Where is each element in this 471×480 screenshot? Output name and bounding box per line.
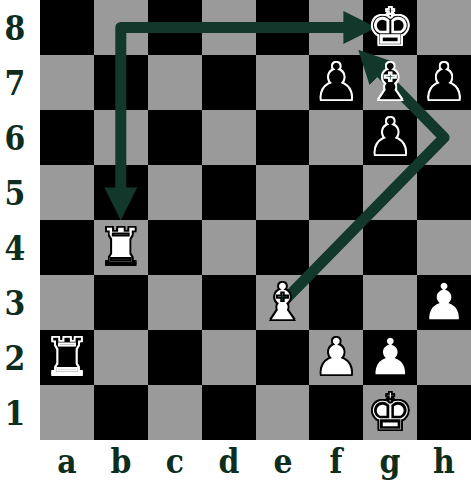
square-e8[interactable] <box>256 0 310 55</box>
square-b7[interactable] <box>94 55 148 110</box>
rank-label-1: 1 <box>2 385 28 440</box>
white-pawn-g2[interactable]: ♟ <box>363 330 417 385</box>
file-label-d: d <box>205 442 252 480</box>
square-c6[interactable] <box>148 110 202 165</box>
square-d7[interactable] <box>202 55 256 110</box>
white-king-g1[interactable]: ♚ <box>363 385 417 440</box>
square-a5[interactable] <box>40 165 94 220</box>
square-g5[interactable] <box>363 165 417 220</box>
white-pawn-f2[interactable]: ♟ <box>309 330 363 385</box>
black-pawn-f7[interactable]: ♟ <box>309 55 363 110</box>
square-b6[interactable] <box>94 110 148 165</box>
square-c1[interactable] <box>148 385 202 440</box>
file-labels: abcdefgh <box>40 440 471 480</box>
square-d6[interactable] <box>202 110 256 165</box>
square-f8[interactable] <box>309 0 363 55</box>
square-c5[interactable] <box>148 165 202 220</box>
square-f5[interactable] <box>309 165 363 220</box>
square-h6[interactable] <box>417 110 471 165</box>
square-b4[interactable]: ♜ <box>94 220 148 275</box>
square-f7[interactable]: ♟ <box>309 55 363 110</box>
square-e7[interactable] <box>256 55 310 110</box>
square-h5[interactable] <box>417 165 471 220</box>
square-d4[interactable] <box>202 220 256 275</box>
square-d1[interactable] <box>202 385 256 440</box>
square-c8[interactable] <box>148 0 202 55</box>
square-h1[interactable] <box>417 385 471 440</box>
square-b3[interactable] <box>94 275 148 330</box>
square-e4[interactable] <box>256 220 310 275</box>
rank-label-3: 3 <box>2 275 28 330</box>
square-b5[interactable] <box>94 165 148 220</box>
square-c2[interactable] <box>148 330 202 385</box>
square-b2[interactable] <box>94 330 148 385</box>
square-b8[interactable] <box>94 0 148 55</box>
square-g6[interactable]: ♟ <box>363 110 417 165</box>
square-c7[interactable] <box>148 55 202 110</box>
square-a4[interactable] <box>40 220 94 275</box>
square-e5[interactable] <box>256 165 310 220</box>
square-e2[interactable] <box>256 330 310 385</box>
rank-label-2: 2 <box>2 330 28 385</box>
white-bishop-e3[interactable]: ♝ <box>256 275 310 330</box>
square-g7[interactable]: ♝ <box>363 55 417 110</box>
square-g1[interactable]: ♚ <box>363 385 417 440</box>
square-e6[interactable] <box>256 110 310 165</box>
square-g3[interactable] <box>363 275 417 330</box>
square-a8[interactable] <box>40 0 94 55</box>
square-a6[interactable] <box>40 110 94 165</box>
square-f6[interactable] <box>309 110 363 165</box>
file-label-c: c <box>151 442 198 480</box>
square-g8[interactable]: ♚ <box>363 0 417 55</box>
file-label-g: g <box>366 442 413 480</box>
file-label-h: h <box>420 442 467 480</box>
chess-board-diagram: 87654321 ♚♟♝♟♟♜♝♟♜♟♟♚ abcdefgh <box>0 0 471 480</box>
file-label-f: f <box>313 442 360 480</box>
chess-board[interactable]: ♚♟♝♟♟♜♝♟♜♟♟♚ <box>40 0 471 440</box>
square-h8[interactable] <box>417 0 471 55</box>
square-d5[interactable] <box>202 165 256 220</box>
square-h4[interactable] <box>417 220 471 275</box>
square-a7[interactable] <box>40 55 94 110</box>
square-a2[interactable]: ♜ <box>40 330 94 385</box>
black-pawn-g6[interactable]: ♟ <box>363 110 417 165</box>
rank-label-6: 6 <box>2 110 28 165</box>
rank-label-7: 7 <box>2 55 28 110</box>
square-h3[interactable]: ♟ <box>417 275 471 330</box>
white-pawn-h3[interactable]: ♟ <box>417 275 471 330</box>
rank-labels: 87654321 <box>0 0 40 440</box>
square-f1[interactable] <box>309 385 363 440</box>
square-a1[interactable] <box>40 385 94 440</box>
square-d2[interactable] <box>202 330 256 385</box>
square-d3[interactable] <box>202 275 256 330</box>
board-wrap: ♚♟♝♟♟♜♝♟♜♟♟♚ <box>40 0 471 440</box>
square-b1[interactable] <box>94 385 148 440</box>
white-rook-b4[interactable]: ♜ <box>94 220 148 275</box>
square-f4[interactable] <box>309 220 363 275</box>
square-f2[interactable]: ♟ <box>309 330 363 385</box>
square-a3[interactable] <box>40 275 94 330</box>
file-label-a: a <box>43 442 90 480</box>
black-king-g8[interactable]: ♚ <box>363 0 417 55</box>
square-d8[interactable] <box>202 0 256 55</box>
square-h2[interactable] <box>417 330 471 385</box>
square-g2[interactable]: ♟ <box>363 330 417 385</box>
rank-label-4: 4 <box>2 220 28 275</box>
square-e1[interactable] <box>256 385 310 440</box>
file-label-e: e <box>259 442 306 480</box>
square-h7[interactable]: ♟ <box>417 55 471 110</box>
square-e3[interactable]: ♝ <box>256 275 310 330</box>
rank-label-5: 5 <box>2 165 28 220</box>
square-c3[interactable] <box>148 275 202 330</box>
black-pawn-h7[interactable]: ♟ <box>417 55 471 110</box>
square-c4[interactable] <box>148 220 202 275</box>
rank-label-8: 8 <box>2 0 28 55</box>
black-bishop-g7[interactable]: ♝ <box>363 55 417 110</box>
square-f3[interactable] <box>309 275 363 330</box>
file-label-b: b <box>97 442 144 480</box>
square-g4[interactable] <box>363 220 417 275</box>
black-rook-a2[interactable]: ♜ <box>40 330 94 385</box>
